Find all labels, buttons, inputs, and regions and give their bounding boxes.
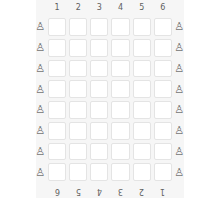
- board-cell-r3c5[interactable]: [133, 60, 151, 78]
- row-marker-right pawn-icon: ♙: [175, 80, 184, 98]
- board-cell-r1c5[interactable]: [133, 18, 151, 36]
- board-cell-r4c3[interactable]: [90, 80, 108, 98]
- row-marker-left pawn-icon: ♙: [36, 60, 45, 78]
- row-marker-left pawn-icon: ♙: [36, 18, 45, 36]
- col-label-bottom-1: 1: [154, 184, 172, 198]
- board-cell-r1c6[interactable]: [154, 18, 172, 36]
- rotated-label-text: 4: [97, 187, 102, 196]
- rotated-label-text: 3: [118, 187, 123, 196]
- row-marker-right pawn-icon: ♙: [175, 163, 184, 181]
- board-cell-r4c4[interactable]: [111, 80, 129, 98]
- board-cell-r2c2[interactable]: [69, 39, 87, 57]
- board-cell-r5c4[interactable]: [111, 101, 129, 119]
- row-marker-left pawn-icon: ♙: [36, 39, 45, 57]
- game-board: 123456♙♙♙♙♙♙♙♙♙♙♙♙♙♙♙♙654321: [36, 0, 184, 198]
- board-cell-r1c2[interactable]: [69, 18, 87, 36]
- board-cell-r3c4[interactable]: [111, 60, 129, 78]
- board-cell-r3c6[interactable]: [154, 60, 172, 78]
- rotated-label-text: 2: [139, 187, 144, 196]
- col-label-bottom-4: 4: [90, 184, 108, 198]
- row-marker-right pawn-icon: ♙: [175, 39, 184, 57]
- row-marker-right pawn-icon: ♙: [175, 143, 184, 161]
- board-cell-r4c5[interactable]: [133, 80, 151, 98]
- col-label-top-2: 2: [69, 0, 87, 15]
- board-cell-r8c2[interactable]: [69, 163, 87, 181]
- col-label-bottom-2: 2: [133, 184, 151, 198]
- board-cell-r7c6[interactable]: [154, 143, 172, 161]
- corner-spacer: [175, 184, 184, 198]
- board-cell-r5c5[interactable]: [133, 101, 151, 119]
- col-label-top-3: 3: [90, 0, 108, 15]
- board-cell-r6c3[interactable]: [90, 122, 108, 140]
- board-cell-r4c1[interactable]: [48, 80, 66, 98]
- board-cell-r7c4[interactable]: [111, 143, 129, 161]
- board-cell-r2c4[interactable]: [111, 39, 129, 57]
- board-cell-r7c5[interactable]: [133, 143, 151, 161]
- board-cell-r7c3[interactable]: [90, 143, 108, 161]
- board-cell-r2c5[interactable]: [133, 39, 151, 57]
- board-cell-r5c1[interactable]: [48, 101, 66, 119]
- rotated-label-text: 1: [160, 187, 165, 196]
- col-label-top-6: 6: [154, 0, 172, 15]
- col-label-bottom-3: 3: [111, 184, 129, 198]
- row-marker-left pawn-icon: ♙: [36, 80, 45, 98]
- col-label-top-4: 4: [111, 0, 129, 15]
- board-cell-r4c2[interactable]: [69, 80, 87, 98]
- board-cell-r2c6[interactable]: [154, 39, 172, 57]
- row-marker-right pawn-icon: ♙: [175, 122, 184, 140]
- board-cell-r4c6[interactable]: [154, 80, 172, 98]
- row-marker-left pawn-icon: ♙: [36, 143, 45, 161]
- board-cell-r8c1[interactable]: [48, 163, 66, 181]
- col-label-top-1: 1: [48, 0, 66, 15]
- corner-spacer: [175, 0, 184, 15]
- board-cell-r1c1[interactable]: [48, 18, 66, 36]
- board-cell-r5c3[interactable]: [90, 101, 108, 119]
- corner-spacer: [36, 184, 45, 198]
- rotated-label-text: 6: [55, 187, 60, 196]
- board-cell-r5c2[interactable]: [69, 101, 87, 119]
- row-marker-right pawn-icon: ♙: [175, 101, 184, 119]
- row-marker-right pawn-icon: ♙: [175, 60, 184, 78]
- board-cell-r7c1[interactable]: [48, 143, 66, 161]
- row-marker-right pawn-icon: ♙: [175, 18, 184, 36]
- board-cell-r1c4[interactable]: [111, 18, 129, 36]
- board-cell-r8c4[interactable]: [111, 163, 129, 181]
- board-cell-r8c3[interactable]: [90, 163, 108, 181]
- board-cell-r6c5[interactable]: [133, 122, 151, 140]
- board-cell-r3c3[interactable]: [90, 60, 108, 78]
- row-marker-left pawn-icon: ♙: [36, 122, 45, 140]
- rotated-label-text: 5: [76, 187, 81, 196]
- board-cell-r2c3[interactable]: [90, 39, 108, 57]
- board-cell-r6c1[interactable]: [48, 122, 66, 140]
- corner-spacer: [36, 0, 45, 15]
- row-marker-left pawn-icon: ♙: [36, 163, 45, 181]
- board-cell-r6c4[interactable]: [111, 122, 129, 140]
- col-label-bottom-5: 5: [69, 184, 87, 198]
- page: 123456♙♙♙♙♙♙♙♙♙♙♙♙♙♙♙♙654321: [0, 0, 220, 198]
- col-label-bottom-6: 6: [48, 184, 66, 198]
- board-cell-r2c1[interactable]: [48, 39, 66, 57]
- col-label-top-5: 5: [133, 0, 151, 15]
- board-cell-r8c5[interactable]: [133, 163, 151, 181]
- board-cell-r8c6[interactable]: [154, 163, 172, 181]
- board-cell-r1c3[interactable]: [90, 18, 108, 36]
- board-cell-r6c2[interactable]: [69, 122, 87, 140]
- board-cell-r7c2[interactable]: [69, 143, 87, 161]
- board-cell-r6c6[interactable]: [154, 122, 172, 140]
- board-cell-r3c2[interactable]: [69, 60, 87, 78]
- row-marker-left pawn-icon: ♙: [36, 101, 45, 119]
- board-cell-r3c1[interactable]: [48, 60, 66, 78]
- board-cell-r5c6[interactable]: [154, 101, 172, 119]
